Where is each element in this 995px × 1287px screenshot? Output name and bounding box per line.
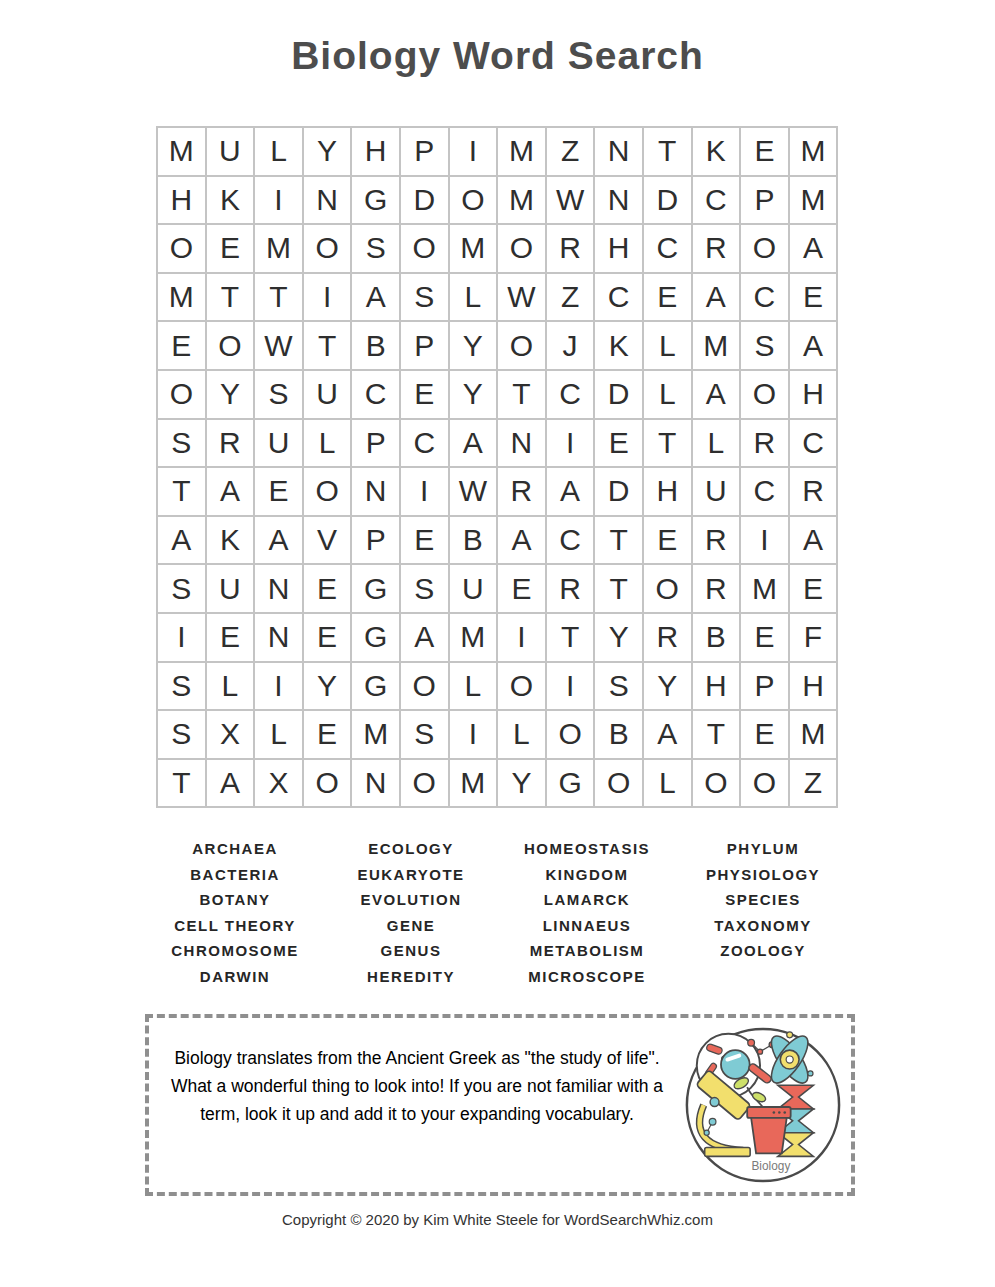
grid-cell[interactable]: S: [400, 273, 449, 322]
grid-cell[interactable]: I: [254, 176, 303, 225]
grid-cell[interactable]: K: [206, 516, 255, 565]
word-list-item: GENE: [387, 913, 436, 939]
grid-cell[interactable]: T: [303, 321, 352, 370]
grid-cell[interactable]: O: [303, 467, 352, 516]
grid-cell[interactable]: B: [351, 321, 400, 370]
grid-cell[interactable]: I: [546, 419, 595, 468]
grid-cell[interactable]: R: [789, 467, 838, 516]
note-box: Biology translates from the Ancient Gree…: [145, 1014, 855, 1196]
grid-cell[interactable]: O: [497, 662, 546, 711]
word-list-column: ECOLOGYEUKARYOTEEVOLUTIONGENEGENUSHEREDI…: [323, 836, 499, 990]
copyright-text: Copyright © 2020 by Kim White Steele for…: [0, 1211, 995, 1228]
grid-cell[interactable]: H: [594, 224, 643, 273]
grid-container: MULYHPIMZNTKEMHKINGDOMWNDCPMOEMOSOMORHCR…: [156, 126, 838, 808]
grid-cell[interactable]: E: [400, 516, 449, 565]
grid-cell[interactable]: M: [497, 127, 546, 176]
word-list-item: LINNAEUS: [543, 913, 632, 939]
grid-cell[interactable]: C: [789, 419, 838, 468]
grid-cell[interactable]: C: [643, 224, 692, 273]
grid-cell[interactable]: M: [157, 127, 206, 176]
grid-cell[interactable]: W: [449, 467, 498, 516]
grid-cell[interactable]: O: [157, 370, 206, 419]
word-list-item: EVOLUTION: [360, 887, 461, 913]
grid-cell[interactable]: M: [789, 710, 838, 759]
grid-cell[interactable]: E: [303, 564, 352, 613]
grid-cell[interactable]: O: [400, 662, 449, 711]
grid-cell[interactable]: L: [206, 662, 255, 711]
grid-cell[interactable]: C: [740, 467, 789, 516]
grid-cell[interactable]: E: [740, 613, 789, 662]
grid-cell[interactable]: E: [400, 370, 449, 419]
grid-cell[interactable]: E: [303, 710, 352, 759]
grid-cell[interactable]: E: [206, 224, 255, 273]
grid-cell[interactable]: M: [157, 273, 206, 322]
grid-cell[interactable]: P: [351, 516, 400, 565]
illustration-label: Biology: [751, 1159, 790, 1173]
grid-cell[interactable]: S: [157, 710, 206, 759]
grid-cell[interactable]: N: [351, 759, 400, 808]
grid-cell[interactable]: Y: [303, 127, 352, 176]
grid-cell[interactable]: X: [254, 759, 303, 808]
grid-cell[interactable]: N: [594, 176, 643, 225]
grid-cell[interactable]: D: [594, 467, 643, 516]
grid-cell[interactable]: N: [254, 613, 303, 662]
grid-cell[interactable]: E: [206, 613, 255, 662]
grid-cell[interactable]: C: [546, 370, 595, 419]
word-list: ARCHAEABACTERIABOTANYCELL THEORYCHROMOSO…: [147, 836, 851, 990]
grid-cell[interactable]: I: [400, 467, 449, 516]
grid-cell[interactable]: I: [740, 516, 789, 565]
grid-cell[interactable]: M: [789, 127, 838, 176]
grid-cell[interactable]: Z: [546, 273, 595, 322]
grid-cell[interactable]: R: [740, 419, 789, 468]
grid-cell[interactable]: L: [254, 710, 303, 759]
grid-cell[interactable]: T: [157, 467, 206, 516]
grid-cell[interactable]: X: [206, 710, 255, 759]
grid-cell[interactable]: K: [206, 176, 255, 225]
word-list-item: DARWIN: [200, 964, 270, 990]
grid-cell[interactable]: K: [692, 127, 741, 176]
grid-cell[interactable]: S: [400, 710, 449, 759]
grid-cell[interactable]: R: [546, 224, 595, 273]
word-list-item: HEREDITY: [367, 964, 455, 990]
grid-cell[interactable]: L: [497, 710, 546, 759]
grid-cell[interactable]: T: [643, 419, 692, 468]
grid-cell[interactable]: L: [643, 321, 692, 370]
grid-cell[interactable]: M: [449, 224, 498, 273]
grid-cell[interactable]: S: [157, 564, 206, 613]
grid-cell[interactable]: H: [789, 662, 838, 711]
grid-cell[interactable]: I: [157, 613, 206, 662]
grid-cell[interactable]: Y: [449, 370, 498, 419]
word-list-item: GENUS: [381, 938, 442, 964]
grid-cell[interactable]: L: [643, 370, 692, 419]
grid-cell[interactable]: T: [594, 564, 643, 613]
word-list-item: BOTANY: [199, 887, 270, 913]
grid-cell[interactable]: L: [449, 273, 498, 322]
grid-cell[interactable]: P: [400, 127, 449, 176]
grid-cell[interactable]: Y: [449, 321, 498, 370]
grid-cell[interactable]: G: [351, 613, 400, 662]
grid-cell[interactable]: G: [546, 759, 595, 808]
grid-cell[interactable]: U: [692, 467, 741, 516]
grid-cell[interactable]: D: [400, 176, 449, 225]
grid-cell[interactable]: M: [692, 321, 741, 370]
biology-illustration: Biology: [678, 1022, 846, 1190]
grid-cell[interactable]: N: [497, 419, 546, 468]
word-list-item: EUKARYOTE: [357, 862, 464, 888]
grid-cell[interactable]: P: [740, 662, 789, 711]
worksheet-page: Biology Word Search MULYHPIMZNTKEMHKINGD…: [0, 0, 995, 1287]
grid-cell[interactable]: M: [497, 176, 546, 225]
grid-cell[interactable]: F: [789, 613, 838, 662]
grid-cell[interactable]: A: [789, 321, 838, 370]
grid-cell[interactable]: B: [594, 710, 643, 759]
grid-cell[interactable]: Y: [594, 613, 643, 662]
grid-cell[interactable]: L: [303, 419, 352, 468]
grid-cell[interactable]: E: [643, 273, 692, 322]
grid-cell[interactable]: U: [206, 564, 255, 613]
grid-cell[interactable]: W: [546, 176, 595, 225]
grid-cell[interactable]: S: [351, 224, 400, 273]
grid-cell[interactable]: Y: [303, 662, 352, 711]
grid-cell[interactable]: R: [692, 564, 741, 613]
grid-cell[interactable]: E: [157, 321, 206, 370]
grid-cell[interactable]: N: [303, 176, 352, 225]
grid-cell[interactable]: C: [351, 370, 400, 419]
grid-cell[interactable]: O: [740, 759, 789, 808]
grid-cell[interactable]: N: [254, 564, 303, 613]
grid-cell[interactable]: R: [692, 516, 741, 565]
grid-cell[interactable]: A: [351, 273, 400, 322]
grid-cell[interactable]: A: [254, 516, 303, 565]
word-list-item: KINGDOM: [546, 862, 629, 888]
grid-cell[interactable]: A: [206, 759, 255, 808]
grid-cell[interactable]: U: [254, 419, 303, 468]
grid-cell[interactable]: H: [351, 127, 400, 176]
grid-cell[interactable]: M: [449, 759, 498, 808]
grid-cell[interactable]: C: [692, 176, 741, 225]
grid-cell[interactable]: L: [254, 127, 303, 176]
grid-cell[interactable]: U: [303, 370, 352, 419]
word-list-item: PHYLUM: [727, 836, 799, 862]
grid-cell[interactable]: T: [546, 613, 595, 662]
grid-cell[interactable]: G: [351, 176, 400, 225]
grid-cell[interactable]: P: [400, 321, 449, 370]
grid-cell[interactable]: L: [643, 759, 692, 808]
grid-cell[interactable]: I: [449, 710, 498, 759]
grid-cell[interactable]: O: [692, 759, 741, 808]
grid-cell[interactable]: M: [254, 224, 303, 273]
grid-cell[interactable]: S: [740, 321, 789, 370]
grid-cell[interactable]: O: [643, 564, 692, 613]
grid-cell[interactable]: L: [449, 662, 498, 711]
grid-cell[interactable]: N: [594, 127, 643, 176]
grid-cell[interactable]: O: [497, 321, 546, 370]
grid-cell[interactable]: T: [254, 273, 303, 322]
grid-cell[interactable]: O: [303, 759, 352, 808]
word-list-item: MICROSCOPE: [528, 964, 646, 990]
grid-cell[interactable]: O: [740, 224, 789, 273]
word-list-item: TAXONOMY: [714, 913, 812, 939]
grid-cell[interactable]: E: [303, 613, 352, 662]
grid-cell[interactable]: Y: [497, 759, 546, 808]
word-list-item: ECOLOGY: [368, 836, 454, 862]
grid-cell[interactable]: G: [351, 564, 400, 613]
grid-cell[interactable]: J: [546, 321, 595, 370]
note-text: Biology translates from the Ancient Gree…: [163, 1044, 671, 1128]
grid-cell[interactable]: S: [400, 564, 449, 613]
grid-cell[interactable]: Z: [546, 127, 595, 176]
grid-cell[interactable]: I: [497, 613, 546, 662]
grid-cell[interactable]: I: [254, 662, 303, 711]
grid-cell[interactable]: G: [351, 662, 400, 711]
grid-cell[interactable]: O: [206, 321, 255, 370]
word-list-item: ARCHAEA: [192, 836, 278, 862]
word-list-column: ARCHAEABACTERIABOTANYCELL THEORYCHROMOSO…: [147, 836, 323, 990]
grid-cell[interactable]: U: [449, 564, 498, 613]
grid-cell[interactable]: A: [692, 370, 741, 419]
grid-cell[interactable]: E: [789, 273, 838, 322]
grid-cell[interactable]: R: [546, 564, 595, 613]
grid-cell[interactable]: A: [789, 516, 838, 565]
grid-cell[interactable]: I: [303, 273, 352, 322]
grid-cell[interactable]: U: [206, 127, 255, 176]
grid-cell[interactable]: E: [740, 127, 789, 176]
word-list-item: BACTERIA: [190, 862, 280, 888]
grid-cell[interactable]: E: [254, 467, 303, 516]
grid-cell[interactable]: C: [400, 419, 449, 468]
grid-cell[interactable]: N: [351, 467, 400, 516]
grid-cell[interactable]: H: [643, 467, 692, 516]
grid-cell[interactable]: D: [643, 176, 692, 225]
grid-cell[interactable]: M: [789, 176, 838, 225]
grid-cell[interactable]: C: [740, 273, 789, 322]
grid-cell[interactable]: A: [546, 467, 595, 516]
grid-cell[interactable]: H: [789, 370, 838, 419]
grid-cell[interactable]: K: [594, 321, 643, 370]
grid-cell[interactable]: P: [740, 176, 789, 225]
word-list-column: HOMEOSTASISKINGDOMLAMARCKLINNAEUSMETABOL…: [499, 836, 675, 990]
grid-cell[interactable]: V: [303, 516, 352, 565]
grid-cell[interactable]: R: [206, 419, 255, 468]
grid-cell[interactable]: C: [546, 516, 595, 565]
grid-cell[interactable]: T: [692, 710, 741, 759]
grid-cell[interactable]: S: [157, 419, 206, 468]
grid-cell[interactable]: T: [594, 516, 643, 565]
word-list-column: PHYLUMPHYSIOLOGYSPECIESTAXONOMYZOOLOGY: [675, 836, 851, 990]
grid-cell[interactable]: E: [643, 516, 692, 565]
word-list-item: ZOOLOGY: [720, 938, 806, 964]
grid-cell[interactable]: T: [206, 273, 255, 322]
grid-cell[interactable]: R: [692, 224, 741, 273]
grid-cell[interactable]: W: [254, 321, 303, 370]
grid-cell[interactable]: L: [692, 419, 741, 468]
grid-cell[interactable]: I: [546, 662, 595, 711]
grid-cell[interactable]: O: [740, 370, 789, 419]
grid-cell[interactable]: O: [449, 176, 498, 225]
word-list-item: CELL THEORY: [174, 913, 296, 939]
grid-cell[interactable]: Y: [643, 662, 692, 711]
grid-cell[interactable]: P: [351, 419, 400, 468]
word-list-item: LAMARCK: [544, 887, 630, 913]
grid-cell[interactable]: E: [789, 564, 838, 613]
grid-cell[interactable]: T: [157, 759, 206, 808]
grid-cell[interactable]: A: [206, 467, 255, 516]
grid-cell[interactable]: A: [449, 419, 498, 468]
grid-cell[interactable]: I: [449, 127, 498, 176]
grid-cell[interactable]: M: [351, 710, 400, 759]
grid-cell[interactable]: T: [497, 370, 546, 419]
grid-cell[interactable]: A: [400, 613, 449, 662]
grid-cell[interactable]: W: [497, 273, 546, 322]
grid-cell[interactable]: R: [643, 613, 692, 662]
word-list-item: HOMEOSTASIS: [524, 836, 650, 862]
grid-cell[interactable]: O: [546, 710, 595, 759]
grid-cell[interactable]: H: [157, 176, 206, 225]
grid-cell[interactable]: E: [740, 710, 789, 759]
grid-cell[interactable]: H: [692, 662, 741, 711]
word-list-item: SPECIES: [725, 887, 801, 913]
grid-cell[interactable]: D: [594, 370, 643, 419]
grid-cell[interactable]: C: [594, 273, 643, 322]
grid-cell[interactable]: A: [692, 273, 741, 322]
grid-cell[interactable]: A: [497, 516, 546, 565]
grid-cell[interactable]: O: [497, 224, 546, 273]
grid-cell[interactable]: E: [594, 419, 643, 468]
grid-cell[interactable]: O: [303, 224, 352, 273]
page-title: Biology Word Search: [0, 34, 995, 78]
grid-cell[interactable]: O: [400, 759, 449, 808]
grid-cell[interactable]: B: [692, 613, 741, 662]
word-list-item: CHROMOSOME: [171, 938, 299, 964]
grid-cell[interactable]: S: [254, 370, 303, 419]
grid-cell[interactable]: M: [449, 613, 498, 662]
grid-cell[interactable]: O: [400, 224, 449, 273]
grid-cell[interactable]: E: [497, 564, 546, 613]
grid-cell[interactable]: O: [594, 759, 643, 808]
grid-cell[interactable]: Z: [789, 759, 838, 808]
grid-cell[interactable]: T: [643, 127, 692, 176]
grid-cell[interactable]: S: [157, 662, 206, 711]
grid-cell[interactable]: S: [594, 662, 643, 711]
grid-cell[interactable]: A: [643, 710, 692, 759]
word-list-item: PHYSIOLOGY: [706, 862, 820, 888]
grid-cell[interactable]: B: [449, 516, 498, 565]
grid-cell[interactable]: Y: [206, 370, 255, 419]
grid-cell[interactable]: M: [740, 564, 789, 613]
word-list-item: METABOLISM: [530, 938, 645, 964]
grid-cell[interactable]: R: [497, 467, 546, 516]
grid-cell[interactable]: A: [157, 516, 206, 565]
word-search-grid: MULYHPIMZNTKEMHKINGDOMWNDCPMOEMOSOMORHCR…: [156, 126, 838, 808]
grid-cell[interactable]: A: [789, 224, 838, 273]
grid-cell[interactable]: O: [157, 224, 206, 273]
